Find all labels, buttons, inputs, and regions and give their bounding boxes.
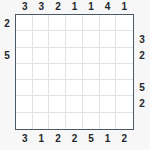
- cell-r5c4[interactable]: [66, 80, 83, 96]
- cell-r5c7[interactable]: [116, 80, 133, 96]
- cell-r4c3[interactable]: [49, 64, 66, 80]
- cell-r5c6[interactable]: [100, 80, 117, 96]
- left-clues: 25: [0, 16, 14, 129]
- clue-left-7: [0, 112, 14, 128]
- clue-top-4: 1: [66, 0, 83, 13]
- cell-r2c6[interactable]: [100, 31, 117, 47]
- cell-r3c3[interactable]: [49, 48, 66, 64]
- cell-r3c2[interactable]: [33, 48, 50, 64]
- clue-left-5: [0, 80, 14, 96]
- clue-right-2: 3: [135, 32, 149, 48]
- cell-r5c3[interactable]: [49, 80, 66, 96]
- cell-r2c2[interactable]: [33, 31, 50, 47]
- cell-r1c5[interactable]: [83, 15, 100, 31]
- clue-right-6: 2: [135, 96, 149, 112]
- cell-r3c7[interactable]: [116, 48, 133, 64]
- cell-r2c3[interactable]: [49, 31, 66, 47]
- clue-left-2: [0, 32, 14, 48]
- clue-bottom-5: 5: [83, 131, 100, 147]
- cell-r4c1[interactable]: [16, 64, 33, 80]
- cell-r6c5[interactable]: [83, 96, 100, 112]
- clue-top-2: 3: [33, 0, 50, 13]
- clue-top-6: 4: [99, 0, 116, 13]
- cell-r6c6[interactable]: [100, 96, 117, 112]
- clue-bottom-4: 2: [66, 131, 83, 147]
- puzzle-stage: 3321141 25 3252 3122512: [0, 0, 150, 150]
- bottom-clues: 3122512: [17, 131, 133, 147]
- cell-r7c4[interactable]: [66, 113, 83, 129]
- clue-right-5: 5: [135, 80, 149, 96]
- cell-r1c2[interactable]: [33, 15, 50, 31]
- clue-bottom-2: 1: [33, 131, 50, 147]
- cell-r3c5[interactable]: [83, 48, 100, 64]
- skyscrapers-board: [15, 14, 134, 130]
- cell-r1c1[interactable]: [16, 15, 33, 31]
- cell-r6c4[interactable]: [66, 96, 83, 112]
- cell-r3c6[interactable]: [100, 48, 117, 64]
- clue-left-6: [0, 96, 14, 112]
- clue-top-1: 3: [17, 0, 34, 13]
- clue-left-1: 2: [0, 16, 14, 32]
- clue-top-5: 1: [83, 0, 100, 13]
- clue-left-3: 5: [0, 48, 14, 64]
- clue-top-3: 2: [50, 0, 67, 13]
- top-clues: 3321141: [17, 0, 133, 13]
- cell-r4c2[interactable]: [33, 64, 50, 80]
- cell-r5c1[interactable]: [16, 80, 33, 96]
- cell-r7c7[interactable]: [116, 113, 133, 129]
- cell-r4c7[interactable]: [116, 64, 133, 80]
- clue-bottom-7: 2: [116, 131, 133, 147]
- cell-r1c7[interactable]: [116, 15, 133, 31]
- cell-r2c5[interactable]: [83, 31, 100, 47]
- clue-bottom-6: 1: [99, 131, 116, 147]
- clue-right-1: [135, 16, 149, 32]
- cell-r1c6[interactable]: [100, 15, 117, 31]
- cell-r6c1[interactable]: [16, 96, 33, 112]
- cell-r6c7[interactable]: [116, 96, 133, 112]
- cell-r7c1[interactable]: [16, 113, 33, 129]
- cell-r3c1[interactable]: [16, 48, 33, 64]
- clue-bottom-1: 3: [17, 131, 34, 147]
- clue-right-3: 2: [135, 48, 149, 64]
- cell-r2c4[interactable]: [66, 31, 83, 47]
- cell-r1c4[interactable]: [66, 15, 83, 31]
- cell-r6c3[interactable]: [49, 96, 66, 112]
- right-clues: 3252: [135, 16, 149, 129]
- cell-r7c3[interactable]: [49, 113, 66, 129]
- cell-r4c6[interactable]: [100, 64, 117, 80]
- cell-r3c4[interactable]: [66, 48, 83, 64]
- cell-r7c2[interactable]: [33, 113, 50, 129]
- clue-right-7: [135, 112, 149, 128]
- cell-r2c1[interactable]: [16, 31, 33, 47]
- clue-left-4: [0, 64, 14, 80]
- clue-right-4: [135, 64, 149, 80]
- cell-r2c7[interactable]: [116, 31, 133, 47]
- clue-top-7: 1: [116, 0, 133, 13]
- cell-r1c3[interactable]: [49, 15, 66, 31]
- cell-r5c2[interactable]: [33, 80, 50, 96]
- clue-bottom-3: 2: [50, 131, 67, 147]
- cell-r7c5[interactable]: [83, 113, 100, 129]
- cell-r7c6[interactable]: [100, 113, 117, 129]
- cell-r5c5[interactable]: [83, 80, 100, 96]
- cell-r4c5[interactable]: [83, 64, 100, 80]
- cell-r6c2[interactable]: [33, 96, 50, 112]
- cell-r4c4[interactable]: [66, 64, 83, 80]
